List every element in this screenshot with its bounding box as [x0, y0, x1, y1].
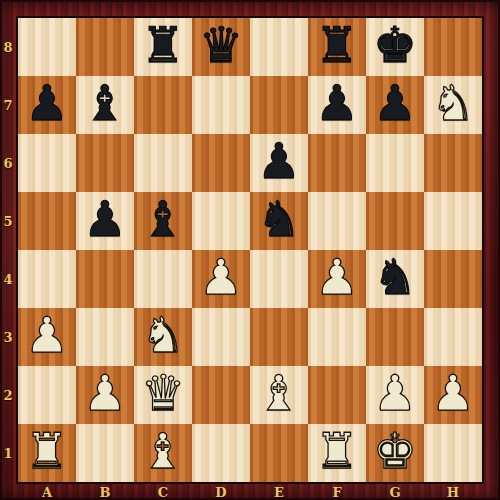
square-f7[interactable]: ♟ [308, 76, 366, 134]
square-g7[interactable]: ♟ [366, 76, 424, 134]
square-g5[interactable] [366, 192, 424, 250]
chess-board-frame: ♜♛♜♚♟♝♟♟♞♟♟♝♞♟♟♞♟♞♟♛♝♟♟♜♝♜♚ 87654321 ABC… [0, 0, 500, 500]
black-knight-e5[interactable]: ♞ [257, 195, 301, 244]
black-pawn-a7[interactable]: ♟ [25, 79, 69, 128]
square-a6[interactable] [18, 134, 76, 192]
square-f5[interactable] [308, 192, 366, 250]
black-bishop-c5[interactable]: ♝ [141, 195, 185, 244]
square-h6[interactable] [424, 134, 482, 192]
square-b5[interactable]: ♟ [76, 192, 134, 250]
square-d1[interactable] [192, 424, 250, 482]
square-e2[interactable]: ♝ [250, 366, 308, 424]
file-label-d: D [192, 484, 250, 500]
square-a1[interactable]: ♜ [18, 424, 76, 482]
white-pawn-h2[interactable]: ♟ [431, 369, 475, 418]
square-h4[interactable] [424, 250, 482, 308]
square-d4[interactable]: ♟ [192, 250, 250, 308]
file-label-e: E [250, 484, 308, 500]
square-e3[interactable] [250, 308, 308, 366]
square-h2[interactable]: ♟ [424, 366, 482, 424]
square-b3[interactable] [76, 308, 134, 366]
black-king-g8[interactable]: ♚ [373, 21, 417, 70]
rank-label-4: 4 [0, 250, 16, 308]
square-h8[interactable] [424, 18, 482, 76]
white-knight-c3[interactable]: ♞ [141, 311, 185, 360]
square-f4[interactable]: ♟ [308, 250, 366, 308]
square-g4[interactable]: ♞ [366, 250, 424, 308]
square-c7[interactable] [134, 76, 192, 134]
black-rook-c8[interactable]: ♜ [141, 21, 185, 70]
white-pawn-b2[interactable]: ♟ [83, 369, 127, 418]
square-e8[interactable] [250, 18, 308, 76]
white-pawn-d4[interactable]: ♟ [199, 253, 243, 302]
black-queen-d8[interactable]: ♛ [199, 21, 243, 70]
white-bishop-e2[interactable]: ♝ [257, 369, 301, 418]
black-pawn-b5[interactable]: ♟ [83, 195, 127, 244]
square-h5[interactable] [424, 192, 482, 250]
square-e1[interactable] [250, 424, 308, 482]
square-c1[interactable]: ♝ [134, 424, 192, 482]
rank-label-1: 1 [0, 424, 16, 482]
square-a3[interactable]: ♟ [18, 308, 76, 366]
square-c4[interactable] [134, 250, 192, 308]
rank-label-6: 6 [0, 134, 16, 192]
white-king-g1[interactable]: ♚ [373, 427, 417, 476]
square-f6[interactable] [308, 134, 366, 192]
square-g8[interactable]: ♚ [366, 18, 424, 76]
file-label-c: C [134, 484, 192, 500]
black-bishop-b7[interactable]: ♝ [83, 79, 127, 128]
square-b2[interactable]: ♟ [76, 366, 134, 424]
rank-label-7: 7 [0, 76, 16, 134]
square-b6[interactable] [76, 134, 134, 192]
file-label-h: H [424, 484, 482, 500]
square-a4[interactable] [18, 250, 76, 308]
black-pawn-f7[interactable]: ♟ [315, 79, 359, 128]
square-h1[interactable] [424, 424, 482, 482]
file-label-g: G [366, 484, 424, 500]
black-knight-g4[interactable]: ♞ [373, 253, 417, 302]
square-d7[interactable] [192, 76, 250, 134]
square-b8[interactable] [76, 18, 134, 76]
square-a8[interactable] [18, 18, 76, 76]
square-b4[interactable] [76, 250, 134, 308]
black-pawn-e6[interactable]: ♟ [257, 137, 301, 186]
rank-label-5: 5 [0, 192, 16, 250]
square-f2[interactable] [308, 366, 366, 424]
white-pawn-g2[interactable]: ♟ [373, 369, 417, 418]
file-label-f: F [308, 484, 366, 500]
square-h7[interactable]: ♞ [424, 76, 482, 134]
square-f8[interactable]: ♜ [308, 18, 366, 76]
square-d2[interactable] [192, 366, 250, 424]
file-label-b: B [76, 484, 134, 500]
square-c6[interactable] [134, 134, 192, 192]
square-g6[interactable] [366, 134, 424, 192]
white-queen-c2[interactable]: ♛ [141, 369, 185, 418]
square-a7[interactable]: ♟ [18, 76, 76, 134]
white-rook-f1[interactable]: ♜ [315, 427, 359, 476]
rank-label-3: 3 [0, 308, 16, 366]
square-c5[interactable]: ♝ [134, 192, 192, 250]
square-d6[interactable] [192, 134, 250, 192]
square-g1[interactable]: ♚ [366, 424, 424, 482]
white-pawn-a3[interactable]: ♟ [25, 311, 69, 360]
square-f1[interactable]: ♜ [308, 424, 366, 482]
square-a2[interactable] [18, 366, 76, 424]
rank-label-2: 2 [0, 366, 16, 424]
square-e4[interactable] [250, 250, 308, 308]
white-bishop-c1[interactable]: ♝ [141, 427, 185, 476]
chess-board: ♜♛♜♚♟♝♟♟♞♟♟♝♞♟♟♞♟♞♟♛♝♟♟♜♝♜♚ [16, 16, 484, 484]
square-d5[interactable] [192, 192, 250, 250]
white-pawn-f4[interactable]: ♟ [315, 253, 359, 302]
square-a5[interactable] [18, 192, 76, 250]
square-c2[interactable]: ♛ [134, 366, 192, 424]
square-g2[interactable]: ♟ [366, 366, 424, 424]
square-d8[interactable]: ♛ [192, 18, 250, 76]
white-knight-h7[interactable]: ♞ [431, 79, 475, 128]
square-h3[interactable] [424, 308, 482, 366]
square-d3[interactable] [192, 308, 250, 366]
square-e6[interactable]: ♟ [250, 134, 308, 192]
square-b1[interactable] [76, 424, 134, 482]
square-f3[interactable] [308, 308, 366, 366]
white-rook-a1[interactable]: ♜ [25, 427, 69, 476]
black-pawn-g7[interactable]: ♟ [373, 79, 417, 128]
square-g3[interactable] [366, 308, 424, 366]
square-e7[interactable] [250, 76, 308, 134]
square-e5[interactable]: ♞ [250, 192, 308, 250]
black-rook-f8[interactable]: ♜ [315, 21, 359, 70]
file-label-a: A [18, 484, 76, 500]
square-b7[interactable]: ♝ [76, 76, 134, 134]
square-c8[interactable]: ♜ [134, 18, 192, 76]
rank-label-8: 8 [0, 18, 16, 76]
square-c3[interactable]: ♞ [134, 308, 192, 366]
